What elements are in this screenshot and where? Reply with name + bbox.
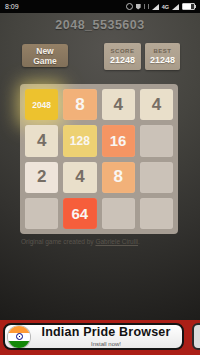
ad-banner[interactable]: Indian Pride Browser Install now! <box>3 323 184 350</box>
empty-cell <box>140 198 173 229</box>
signal-icon-2 <box>172 4 179 10</box>
tile-4: 4 <box>140 89 173 120</box>
credit-text: Original game created by Gabriele Cirull… <box>21 238 140 245</box>
battery-icon <box>182 3 195 10</box>
tile-4: 4 <box>102 89 135 120</box>
tile-16: 16 <box>102 125 135 156</box>
ad-cta[interactable]: Install now! <box>91 341 121 347</box>
tile-4: 4 <box>63 162 96 193</box>
score-box: SCORE 21248 <box>104 43 141 70</box>
page-title: 2048_5535603 <box>0 18 200 32</box>
alarm-icon <box>126 3 133 10</box>
clock-time: 8:09 <box>5 3 19 10</box>
tile-2048: 2048 <box>25 89 58 120</box>
best-box: BEST 21248 <box>145 43 180 70</box>
ad-title: Indian Pride Browser <box>41 326 170 339</box>
empty-cell <box>25 198 58 229</box>
game-board[interactable]: 204884441281624864 <box>20 84 178 234</box>
tile-4: 4 <box>25 125 58 156</box>
tile-2: 2 <box>25 162 58 193</box>
score-label: SCORE <box>111 48 135 54</box>
network-type-label: 4G <box>162 4 169 10</box>
ad-overflow-strip <box>192 323 200 350</box>
credit-prefix: Original game created by <box>21 238 95 245</box>
shield-icon <box>136 4 141 10</box>
score-value: 21248 <box>110 55 135 65</box>
tile-8: 8 <box>102 162 135 193</box>
best-label: BEST <box>153 48 171 54</box>
empty-cell <box>140 125 173 156</box>
best-value: 21248 <box>150 55 175 65</box>
tile-128: 128 <box>63 125 96 156</box>
app-screen: 8:09 4G 2048_5535603 New Game SCORE 2124… <box>0 0 200 355</box>
empty-cell <box>140 162 173 193</box>
credit-link[interactable]: Gabriele Cirulli <box>95 238 138 245</box>
signal-icon <box>152 4 159 10</box>
vibrate-icon <box>144 4 149 9</box>
tile-8: 8 <box>63 89 96 120</box>
ad-container: Indian Pride Browser Install now! <box>0 320 200 355</box>
empty-cell <box>102 198 135 229</box>
tile-64: 64 <box>63 198 96 229</box>
new-game-button[interactable]: New Game <box>22 44 68 67</box>
india-flag-icon <box>8 326 30 348</box>
status-bar: 8:09 4G <box>0 0 200 13</box>
credit-suffix: . <box>138 238 140 245</box>
